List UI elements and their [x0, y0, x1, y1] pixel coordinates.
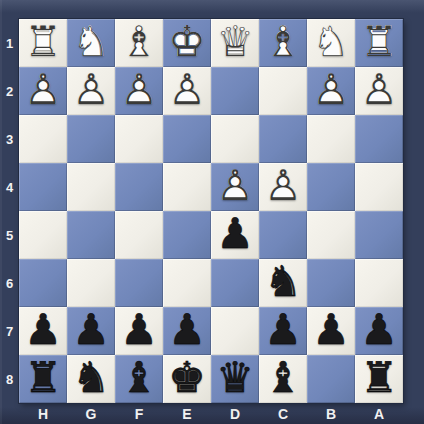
white-king-piece[interactable]: ♚♔ [163, 17, 211, 65]
square-b8[interactable] [307, 355, 355, 403]
black-piece-glyph: ♟ [115, 305, 163, 353]
file-label-d: D [211, 403, 259, 424]
square-g8[interactable]: ♞ [67, 355, 115, 403]
square-f8[interactable]: ♝ [115, 355, 163, 403]
white-piece-outline-glyph: ♙ [115, 65, 163, 113]
square-e2[interactable]: ♟♙ [163, 67, 211, 115]
square-d2[interactable] [211, 67, 259, 115]
file-label-b: B [307, 403, 355, 424]
square-e6[interactable] [163, 259, 211, 307]
square-a7[interactable]: ♟ [355, 307, 403, 355]
square-a1[interactable]: ♜♖ [355, 19, 403, 67]
white-pawn-piece[interactable]: ♟♙ [307, 65, 355, 113]
white-pawn-piece[interactable]: ♟♙ [19, 65, 67, 113]
black-pawn-piece[interactable]: ♟ [307, 305, 355, 353]
file-label-e: E [163, 403, 211, 424]
square-b7[interactable]: ♟ [307, 307, 355, 355]
square-e5[interactable] [163, 211, 211, 259]
file-label-c: C [259, 403, 307, 424]
square-d7[interactable] [211, 307, 259, 355]
rank-label-2: 2 [0, 67, 19, 115]
white-rook-piece[interactable]: ♜♖ [355, 17, 403, 65]
black-piece-glyph: ♟ [19, 305, 67, 353]
white-rook-piece[interactable]: ♜♖ [19, 17, 67, 65]
black-piece-glyph: ♜ [355, 353, 403, 401]
white-queen-piece[interactable]: ♛♕ [211, 17, 259, 65]
file-label-f: F [115, 403, 163, 424]
white-pawn-piece[interactable]: ♟♙ [115, 65, 163, 113]
square-d8[interactable]: ♛ [211, 355, 259, 403]
white-pawn-piece[interactable]: ♟♙ [163, 65, 211, 113]
square-b3[interactable] [307, 115, 355, 163]
square-a3[interactable] [355, 115, 403, 163]
black-piece-glyph: ♟ [307, 305, 355, 353]
white-pawn-piece[interactable]: ♟♙ [211, 161, 259, 209]
rank-labels: 12345678 [0, 19, 19, 403]
black-pawn-piece[interactable]: ♟ [259, 305, 307, 353]
square-e7[interactable]: ♟ [163, 307, 211, 355]
square-c3[interactable] [259, 115, 307, 163]
white-bishop-piece[interactable]: ♝♗ [115, 17, 163, 65]
black-queen-piece[interactable]: ♛ [211, 353, 259, 401]
square-c2[interactable] [259, 67, 307, 115]
black-pawn-piece[interactable]: ♟ [19, 305, 67, 353]
square-h2[interactable]: ♟♙ [19, 67, 67, 115]
white-pawn-piece[interactable]: ♟♙ [67, 65, 115, 113]
square-f4[interactable] [115, 163, 163, 211]
white-piece-outline-glyph: ♙ [19, 65, 67, 113]
black-rook-piece[interactable]: ♜ [19, 353, 67, 401]
black-piece-glyph: ♞ [259, 257, 307, 305]
square-a2[interactable]: ♟♙ [355, 67, 403, 115]
white-piece-outline-glyph: ♙ [355, 65, 403, 113]
black-bishop-piece[interactable]: ♝ [259, 353, 307, 401]
square-b6[interactable] [307, 259, 355, 307]
file-label-g: G [67, 403, 115, 424]
square-f3[interactable] [115, 115, 163, 163]
square-e3[interactable] [163, 115, 211, 163]
square-d4[interactable]: ♟♙ [211, 163, 259, 211]
square-g4[interactable] [67, 163, 115, 211]
black-rook-piece[interactable]: ♜ [355, 353, 403, 401]
black-piece-glyph: ♟ [163, 305, 211, 353]
white-piece-outline-glyph: ♘ [307, 17, 355, 65]
black-pawn-piece[interactable]: ♟ [67, 305, 115, 353]
square-f2[interactable]: ♟♙ [115, 67, 163, 115]
square-h8[interactable]: ♜ [19, 355, 67, 403]
square-g2[interactable]: ♟♙ [67, 67, 115, 115]
square-e4[interactable] [163, 163, 211, 211]
rank-label-8: 8 [0, 355, 19, 403]
black-piece-glyph: ♟ [67, 305, 115, 353]
white-piece-outline-glyph: ♙ [163, 65, 211, 113]
square-d1[interactable]: ♛♕ [211, 19, 259, 67]
file-label-h: H [19, 403, 67, 424]
black-knight-piece[interactable]: ♞ [67, 353, 115, 401]
chess-board: ♜♖♞♘♝♗♚♔♛♕♝♗♞♘♜♖♟♙♟♙♟♙♟♙♟♙♟♙♟♙♟♙♟♞♟♟♟♟♟♟… [19, 19, 403, 403]
black-pawn-piece[interactable]: ♟ [355, 305, 403, 353]
square-a8[interactable]: ♜ [355, 355, 403, 403]
black-piece-glyph: ♟ [355, 305, 403, 353]
white-piece-outline-glyph: ♙ [259, 161, 307, 209]
white-piece-outline-glyph: ♖ [355, 17, 403, 65]
square-c7[interactable]: ♟ [259, 307, 307, 355]
square-g1[interactable]: ♞♘ [67, 19, 115, 67]
white-piece-outline-glyph: ♕ [211, 17, 259, 65]
white-piece-outline-glyph: ♗ [259, 17, 307, 65]
square-e1[interactable]: ♚♔ [163, 19, 211, 67]
rank-label-5: 5 [0, 211, 19, 259]
white-knight-piece[interactable]: ♞♘ [307, 17, 355, 65]
black-king-piece[interactable]: ♚ [163, 353, 211, 401]
square-c1[interactable]: ♝♗ [259, 19, 307, 67]
square-f5[interactable] [115, 211, 163, 259]
black-pawn-piece[interactable]: ♟ [115, 305, 163, 353]
black-pawn-piece[interactable]: ♟ [211, 209, 259, 257]
file-label-a: A [355, 403, 403, 424]
square-g3[interactable] [67, 115, 115, 163]
white-piece-outline-glyph: ♙ [211, 161, 259, 209]
black-piece-glyph: ♚ [163, 353, 211, 401]
white-piece-outline-glyph: ♔ [163, 17, 211, 65]
square-b5[interactable] [307, 211, 355, 259]
rank-label-1: 1 [0, 19, 19, 67]
white-piece-outline-glyph: ♙ [307, 65, 355, 113]
rank-label-4: 4 [0, 163, 19, 211]
white-piece-outline-glyph: ♗ [115, 17, 163, 65]
square-c8[interactable]: ♝ [259, 355, 307, 403]
file-labels: HGFEDCBA [19, 403, 403, 424]
white-piece-outline-glyph: ♖ [19, 17, 67, 65]
square-c4[interactable]: ♟♙ [259, 163, 307, 211]
square-g5[interactable] [67, 211, 115, 259]
black-knight-piece[interactable]: ♞ [259, 257, 307, 305]
black-piece-glyph: ♝ [115, 353, 163, 401]
black-piece-glyph: ♞ [67, 353, 115, 401]
rank-label-3: 3 [0, 115, 19, 163]
square-b2[interactable]: ♟♙ [307, 67, 355, 115]
black-piece-glyph: ♜ [19, 353, 67, 401]
square-f1[interactable]: ♝♗ [115, 19, 163, 67]
square-d3[interactable] [211, 115, 259, 163]
square-a4[interactable] [355, 163, 403, 211]
square-a6[interactable] [355, 259, 403, 307]
square-c5[interactable] [259, 211, 307, 259]
square-h7[interactable]: ♟ [19, 307, 67, 355]
square-e8[interactable]: ♚ [163, 355, 211, 403]
white-pawn-piece[interactable]: ♟♙ [355, 65, 403, 113]
white-bishop-piece[interactable]: ♝♗ [259, 17, 307, 65]
chess-app-window: 12345678 HGFEDCBA ♜♖♞♘♝♗♚♔♛♕♝♗♞♘♜♖♟♙♟♙♟♙… [0, 0, 424, 424]
square-h4[interactable] [19, 163, 67, 211]
square-h1[interactable]: ♜♖ [19, 19, 67, 67]
white-pawn-piece[interactable]: ♟♙ [259, 161, 307, 209]
square-h6[interactable] [19, 259, 67, 307]
square-a5[interactable] [355, 211, 403, 259]
white-piece-outline-glyph: ♘ [67, 17, 115, 65]
black-piece-glyph: ♛ [211, 353, 259, 401]
black-pawn-piece[interactable]: ♟ [163, 305, 211, 353]
white-knight-piece[interactable]: ♞♘ [67, 17, 115, 65]
square-d5[interactable]: ♟ [211, 211, 259, 259]
square-g6[interactable] [67, 259, 115, 307]
rank-label-6: 6 [0, 259, 19, 307]
square-c6[interactable]: ♞ [259, 259, 307, 307]
square-h3[interactable] [19, 115, 67, 163]
black-piece-glyph: ♝ [259, 353, 307, 401]
square-g7[interactable]: ♟ [67, 307, 115, 355]
black-piece-glyph: ♟ [211, 209, 259, 257]
black-bishop-piece[interactable]: ♝ [115, 353, 163, 401]
rank-label-7: 7 [0, 307, 19, 355]
square-h5[interactable] [19, 211, 67, 259]
square-f6[interactable] [115, 259, 163, 307]
square-d6[interactable] [211, 259, 259, 307]
black-piece-glyph: ♟ [259, 305, 307, 353]
white-piece-outline-glyph: ♙ [67, 65, 115, 113]
square-b4[interactable] [307, 163, 355, 211]
square-b1[interactable]: ♞♘ [307, 19, 355, 67]
square-f7[interactable]: ♟ [115, 307, 163, 355]
